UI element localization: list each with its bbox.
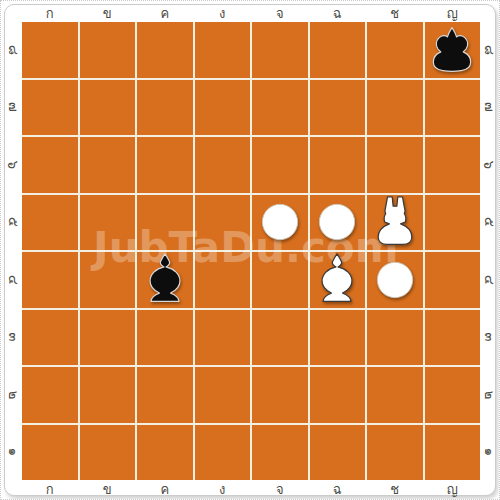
square-a7[interactable] [22, 80, 78, 136]
square-a4[interactable] [22, 252, 78, 308]
square-b7[interactable] [80, 80, 136, 136]
file-label-top-e: จ [276, 7, 284, 20]
white-bia-f5[interactable] [316, 201, 358, 243]
file-label-top-g: ช [390, 7, 399, 20]
square-c8[interactable] [137, 22, 193, 78]
square-a6[interactable] [22, 137, 78, 193]
square-f7[interactable] [310, 80, 366, 136]
white-bia-g4[interactable] [374, 259, 416, 301]
rank-label-left-4: ๔ [7, 275, 20, 285]
square-d4[interactable] [195, 252, 251, 308]
file-label-bottom-b: ข [103, 483, 112, 496]
rank-label-right-3: ๓ [483, 333, 496, 342]
rank-label-left-8: ๘ [7, 45, 20, 55]
file-label-bottom-g: ช [390, 483, 399, 496]
file-label-bottom-a: ก [46, 483, 54, 496]
square-g8[interactable] [367, 22, 423, 78]
square-d6[interactable] [195, 137, 251, 193]
board-grid [22, 22, 480, 480]
file-label-bottom-c: ค [160, 483, 169, 496]
rank-label-left-1: ๑ [7, 448, 20, 456]
black-khun-c4[interactable] [137, 252, 193, 308]
square-d8[interactable] [195, 22, 251, 78]
rank-label-right-6: ๖ [483, 161, 496, 169]
square-c3[interactable] [137, 310, 193, 366]
file-label-bottom-f: ฉ [333, 483, 342, 496]
square-g1[interactable] [367, 425, 423, 481]
square-b5[interactable] [80, 195, 136, 251]
square-b2[interactable] [80, 367, 136, 423]
square-d1[interactable] [195, 425, 251, 481]
square-a1[interactable] [22, 425, 78, 481]
square-a8[interactable] [22, 22, 78, 78]
square-g7[interactable] [367, 80, 423, 136]
square-f2[interactable] [310, 367, 366, 423]
square-c5[interactable] [137, 195, 193, 251]
square-b1[interactable] [80, 425, 136, 481]
rank-label-right-7: ๗ [483, 102, 496, 112]
square-a3[interactable] [22, 310, 78, 366]
square-f1[interactable] [310, 425, 366, 481]
square-b8[interactable] [80, 22, 136, 78]
file-label-bottom-d: ง [219, 483, 225, 496]
square-h5[interactable] [425, 195, 481, 251]
square-f6[interactable] [310, 137, 366, 193]
file-label-top-c: ค [160, 7, 169, 20]
square-h4[interactable] [425, 252, 481, 308]
white-ma-g5[interactable] [367, 194, 423, 250]
square-d2[interactable] [195, 367, 251, 423]
square-c6[interactable] [137, 137, 193, 193]
square-b6[interactable] [80, 137, 136, 193]
square-c1[interactable] [137, 425, 193, 481]
square-c7[interactable] [137, 80, 193, 136]
square-h7[interactable] [425, 80, 481, 136]
square-c2[interactable] [137, 367, 193, 423]
square-b3[interactable] [80, 310, 136, 366]
white-khun-f4[interactable] [309, 252, 365, 308]
square-e2[interactable] [252, 367, 308, 423]
rank-label-right-8: ๘ [483, 45, 496, 55]
rank-label-left-5: ๕ [7, 217, 20, 227]
rank-label-left-2: ๒ [7, 390, 20, 399]
square-e3[interactable] [252, 310, 308, 366]
square-h1[interactable] [425, 425, 481, 481]
file-label-top-f: ฉ [333, 7, 342, 20]
square-h6[interactable] [425, 137, 481, 193]
square-g6[interactable] [367, 137, 423, 193]
square-g3[interactable] [367, 310, 423, 366]
file-label-bottom-e: จ [276, 483, 284, 496]
white-bia-e5[interactable] [259, 201, 301, 243]
square-e7[interactable] [252, 80, 308, 136]
square-d5[interactable] [195, 195, 251, 251]
rank-label-right-2: ๒ [483, 390, 496, 399]
square-b4[interactable] [80, 252, 136, 308]
file-label-bottom-h: ญ [447, 483, 458, 496]
square-f8[interactable] [310, 22, 366, 78]
square-e1[interactable] [252, 425, 308, 481]
file-label-top-d: ง [219, 7, 225, 20]
square-d7[interactable] [195, 80, 251, 136]
rank-label-right-5: ๕ [483, 217, 496, 227]
square-h3[interactable] [425, 310, 481, 366]
square-e8[interactable] [252, 22, 308, 78]
rank-label-right-1: ๑ [483, 448, 496, 456]
file-label-top-h: ญ [447, 7, 458, 20]
square-a2[interactable] [22, 367, 78, 423]
makruk-board-diagram: กกขขคคงงจจฉฉชชญญ๘๘๗๗๖๖๕๕๔๔๓๓๒๒๑๑ JubTaDu… [0, 0, 500, 500]
rank-label-left-6: ๖ [7, 161, 20, 169]
square-e6[interactable] [252, 137, 308, 193]
square-g2[interactable] [367, 367, 423, 423]
square-d3[interactable] [195, 310, 251, 366]
rank-label-left-3: ๓ [7, 333, 20, 342]
rank-label-right-4: ๔ [483, 275, 496, 285]
black-khon-h8[interactable] [424, 22, 480, 78]
square-f3[interactable] [310, 310, 366, 366]
file-label-top-b: ข [103, 7, 112, 20]
square-a5[interactable] [22, 195, 78, 251]
rank-label-left-7: ๗ [7, 102, 20, 112]
file-label-top-a: ก [46, 7, 54, 20]
square-e4[interactable] [252, 252, 308, 308]
square-h2[interactable] [425, 367, 481, 423]
